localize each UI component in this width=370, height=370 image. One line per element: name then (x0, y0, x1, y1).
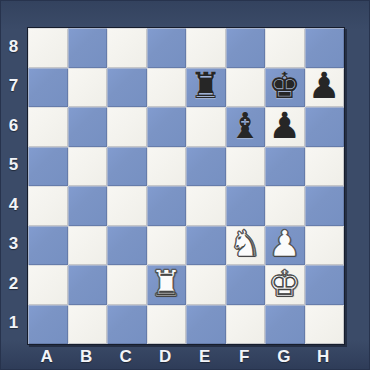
rank-label-2: 2 (0, 264, 27, 304)
square-a7[interactable] (28, 68, 68, 108)
file-labels: ABCDEFGH (27, 344, 343, 369)
rank-label-1: 1 (0, 304, 27, 344)
square-c4[interactable] (107, 186, 147, 226)
file-label-b: B (67, 344, 107, 369)
square-f3[interactable]: ♞ (226, 226, 266, 266)
square-e7[interactable]: ♜ (186, 68, 226, 108)
square-h4[interactable] (305, 186, 345, 226)
square-h1[interactable] (305, 305, 345, 345)
square-e5[interactable] (186, 147, 226, 187)
file-label-c: C (106, 344, 146, 369)
square-g4[interactable] (265, 186, 305, 226)
square-g1[interactable] (265, 305, 305, 345)
square-f5[interactable] (226, 147, 266, 187)
white-knight[interactable]: ♞ (229, 226, 261, 262)
square-h8[interactable] (305, 28, 345, 68)
square-b7[interactable] (68, 68, 108, 108)
square-g2[interactable]: ♚ (265, 265, 305, 305)
square-e3[interactable] (186, 226, 226, 266)
square-c8[interactable] (107, 28, 147, 68)
file-label-a: A (27, 344, 67, 369)
file-label-h: H (304, 344, 344, 369)
square-d3[interactable] (147, 226, 187, 266)
file-label-g: G (264, 344, 304, 369)
square-c5[interactable] (107, 147, 147, 187)
black-rook[interactable]: ♜ (190, 68, 222, 104)
rank-label-6: 6 (0, 106, 27, 146)
square-g8[interactable] (265, 28, 305, 68)
rank-labels: 87654321 (0, 27, 27, 343)
square-c7[interactable] (107, 68, 147, 108)
square-b6[interactable] (68, 107, 108, 147)
square-h7[interactable]: ♟ (305, 68, 345, 108)
file-label-e: E (185, 344, 225, 369)
square-f7[interactable] (226, 68, 266, 108)
square-g6[interactable]: ♟ (265, 107, 305, 147)
white-king[interactable]: ♚ (269, 266, 301, 302)
square-e8[interactable] (186, 28, 226, 68)
square-d6[interactable] (147, 107, 187, 147)
square-a4[interactable] (28, 186, 68, 226)
square-f2[interactable] (226, 265, 266, 305)
black-bishop[interactable]: ♝ (229, 108, 261, 144)
square-a1[interactable] (28, 305, 68, 345)
square-b2[interactable] (68, 265, 108, 305)
square-h3[interactable] (305, 226, 345, 266)
rank-label-7: 7 (0, 67, 27, 107)
square-d8[interactable] (147, 28, 187, 68)
file-label-d: D (146, 344, 186, 369)
square-h2[interactable] (305, 265, 345, 305)
square-d7[interactable] (147, 68, 187, 108)
square-d5[interactable] (147, 147, 187, 187)
square-d4[interactable] (147, 186, 187, 226)
square-a6[interactable] (28, 107, 68, 147)
square-h6[interactable] (305, 107, 345, 147)
square-e4[interactable] (186, 186, 226, 226)
square-e2[interactable] (186, 265, 226, 305)
square-a8[interactable] (28, 28, 68, 68)
chess-diagram: 87654321 ♜♚♟♝♟♞♟♜♚ ABCDEFGH (0, 0, 370, 370)
square-b4[interactable] (68, 186, 108, 226)
square-f4[interactable] (226, 186, 266, 226)
square-a2[interactable] (28, 265, 68, 305)
chess-board[interactable]: ♜♚♟♝♟♞♟♜♚ (27, 27, 345, 345)
square-h5[interactable] (305, 147, 345, 187)
square-b8[interactable] (68, 28, 108, 68)
white-pawn[interactable]: ♟ (269, 226, 301, 262)
square-g3[interactable]: ♟ (265, 226, 305, 266)
square-c3[interactable] (107, 226, 147, 266)
square-f8[interactable] (226, 28, 266, 68)
square-b3[interactable] (68, 226, 108, 266)
white-rook[interactable]: ♜ (150, 266, 182, 302)
square-f1[interactable] (226, 305, 266, 345)
square-a3[interactable] (28, 226, 68, 266)
square-c2[interactable] (107, 265, 147, 305)
black-king[interactable]: ♚ (269, 68, 301, 104)
square-a5[interactable] (28, 147, 68, 187)
rank-label-5: 5 (0, 146, 27, 186)
square-d2[interactable]: ♜ (147, 265, 187, 305)
square-d1[interactable] (147, 305, 187, 345)
square-g7[interactable]: ♚ (265, 68, 305, 108)
square-f6[interactable]: ♝ (226, 107, 266, 147)
rank-label-8: 8 (0, 27, 27, 67)
rank-label-3: 3 (0, 225, 27, 265)
square-e6[interactable] (186, 107, 226, 147)
square-e1[interactable] (186, 305, 226, 345)
file-label-f: F (225, 344, 265, 369)
black-pawn[interactable]: ♟ (308, 68, 340, 104)
square-c1[interactable] (107, 305, 147, 345)
rank-label-4: 4 (0, 185, 27, 225)
black-pawn[interactable]: ♟ (269, 108, 301, 144)
square-b1[interactable] (68, 305, 108, 345)
square-b5[interactable] (68, 147, 108, 187)
square-g5[interactable] (265, 147, 305, 187)
square-c6[interactable] (107, 107, 147, 147)
